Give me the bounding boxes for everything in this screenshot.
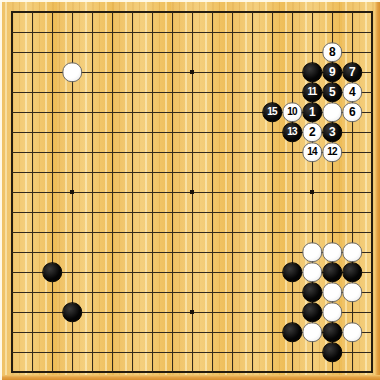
star-point bbox=[190, 70, 194, 74]
grid-line-vertical bbox=[292, 12, 293, 373]
stone-white bbox=[322, 242, 342, 262]
star-point bbox=[190, 310, 194, 314]
move-11-stone-black: 11 bbox=[302, 82, 322, 102]
move-10-stone-white: 10 bbox=[282, 102, 302, 122]
stone-white bbox=[322, 282, 342, 302]
star-point bbox=[310, 190, 314, 194]
board-edge-highlight-left bbox=[0, 0, 2, 380]
star-point bbox=[190, 190, 194, 194]
move-5-stone-black: 5 bbox=[322, 82, 342, 102]
grid-line-vertical bbox=[212, 12, 213, 373]
stone-white bbox=[302, 262, 322, 282]
go-board[interactable]: 123456789101112131415 bbox=[0, 0, 380, 380]
grid-line-vertical bbox=[232, 12, 233, 373]
move-9-stone-black: 9 bbox=[322, 62, 342, 82]
star-point bbox=[70, 190, 74, 194]
move-7-stone-black: 7 bbox=[342, 62, 362, 82]
move-15-stone-black: 15 bbox=[262, 102, 282, 122]
move-13-stone-black: 13 bbox=[282, 122, 302, 142]
board-edge-shadow-bottom bbox=[0, 375, 380, 380]
grid-line-vertical bbox=[252, 12, 253, 373]
grid-line-horizontal bbox=[12, 212, 373, 213]
move-1-stone-black: 1 bbox=[302, 102, 322, 122]
move-6-stone-white: 6 bbox=[342, 102, 362, 122]
move-14-stone-white: 14 bbox=[302, 142, 322, 162]
stone-white bbox=[302, 242, 322, 262]
board-edge-shadow-right bbox=[375, 0, 380, 380]
stone-white bbox=[302, 322, 322, 342]
stone-black bbox=[322, 262, 342, 282]
stone-white bbox=[322, 302, 342, 322]
grid-line-vertical bbox=[272, 12, 273, 373]
stone-black bbox=[302, 302, 322, 322]
move-12-stone-white: 12 bbox=[322, 142, 342, 162]
stone-black bbox=[282, 322, 302, 342]
stone-white bbox=[322, 102, 342, 122]
stone-black bbox=[282, 262, 302, 282]
move-8-stone-white: 8 bbox=[322, 42, 342, 62]
stone-black bbox=[42, 262, 62, 282]
stone-black bbox=[302, 282, 322, 302]
move-4-stone-white: 4 bbox=[342, 82, 362, 102]
move-3-stone-black: 3 bbox=[322, 122, 342, 142]
stone-black bbox=[342, 262, 362, 282]
stone-black bbox=[302, 62, 322, 82]
stone-white bbox=[62, 62, 82, 82]
stone-white bbox=[342, 282, 362, 302]
stone-black bbox=[322, 322, 342, 342]
stone-white bbox=[342, 242, 362, 262]
stone-black bbox=[62, 302, 82, 322]
stone-black bbox=[322, 342, 342, 362]
grid-line-horizontal bbox=[12, 352, 373, 353]
board-edge-highlight-top bbox=[0, 0, 380, 2]
grid-line-horizontal bbox=[12, 232, 373, 233]
stone-white bbox=[342, 322, 362, 342]
move-2-stone-white: 2 bbox=[302, 122, 322, 142]
